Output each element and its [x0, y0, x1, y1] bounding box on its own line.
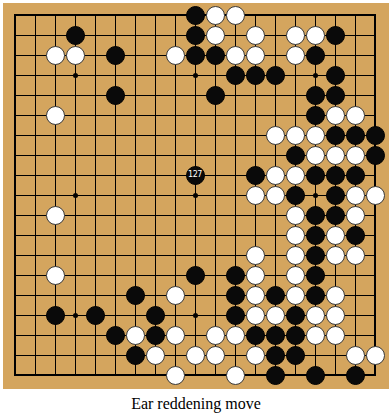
- white-stone: [326, 286, 345, 305]
- black-stone: [286, 306, 305, 325]
- go-board: 127: [3, 3, 389, 389]
- black-stone: [186, 266, 205, 285]
- black-stone: [266, 66, 285, 85]
- black-stone: [306, 286, 325, 305]
- white-stone: [246, 186, 265, 205]
- black-stone: [346, 366, 365, 385]
- black-stone: [186, 46, 205, 65]
- white-stone: [66, 46, 85, 65]
- white-stone: [46, 266, 65, 285]
- white-stone: [166, 366, 185, 385]
- star-point: [193, 193, 198, 198]
- black-stone: [106, 86, 125, 105]
- white-stone: [286, 166, 305, 185]
- white-stone: [46, 106, 65, 125]
- white-stone: [146, 346, 165, 365]
- white-stone: [326, 226, 345, 245]
- white-stone: [306, 26, 325, 45]
- white-stone: [286, 206, 305, 225]
- black-stone: [306, 266, 325, 285]
- black-stone: [266, 326, 285, 345]
- white-stone: [306, 326, 325, 345]
- black-stone: [346, 226, 365, 245]
- black-stone: [246, 166, 265, 185]
- black-stone: [326, 26, 345, 45]
- white-stone: [366, 346, 385, 365]
- go-diagram-page: 127 Ear reddening move: [0, 0, 392, 419]
- white-stone: [246, 26, 265, 45]
- star-point: [73, 313, 78, 318]
- white-stone: [266, 126, 285, 145]
- white-stone: [266, 186, 285, 205]
- black-stone: [366, 126, 385, 145]
- black-stone: [146, 326, 165, 345]
- black-stone: [126, 286, 145, 305]
- black-stone: [326, 126, 345, 145]
- white-stone: [366, 186, 385, 205]
- star-point: [313, 73, 318, 78]
- star-point: [313, 193, 318, 198]
- star-point: [193, 313, 198, 318]
- white-stone: [226, 6, 245, 25]
- white-stone: [346, 246, 365, 265]
- white-stone: [326, 306, 345, 325]
- black-stone: [246, 326, 265, 345]
- black-stone: [326, 206, 345, 225]
- black-stone: [326, 66, 345, 85]
- black-stone: [226, 286, 245, 305]
- white-stone: [346, 346, 365, 365]
- star-point: [193, 73, 198, 78]
- black-stone: [286, 346, 305, 365]
- white-stone: [346, 146, 365, 165]
- black-stone: [326, 186, 345, 205]
- black-stone: [106, 46, 125, 65]
- black-stone: [186, 6, 205, 25]
- move-marker-stone: 127: [186, 166, 205, 185]
- white-stone: [186, 346, 205, 365]
- white-stone: [46, 46, 65, 65]
- black-stone: [346, 166, 365, 185]
- star-point: [73, 193, 78, 198]
- white-stone: [226, 46, 245, 65]
- white-stone: [326, 246, 345, 265]
- black-stone: [326, 166, 345, 185]
- white-stone: [126, 326, 145, 345]
- white-stone: [246, 46, 265, 65]
- black-stone: [66, 26, 85, 45]
- black-stone: [246, 66, 265, 85]
- white-stone: [306, 126, 325, 145]
- white-stone: [206, 6, 225, 25]
- white-stone: [286, 266, 305, 285]
- black-stone: [86, 306, 105, 325]
- white-stone: [46, 206, 65, 225]
- white-stone: [166, 326, 185, 345]
- black-stone: [266, 346, 285, 365]
- black-stone: [106, 326, 125, 345]
- black-stone: [366, 146, 385, 165]
- white-stone: [326, 106, 345, 125]
- black-stone: [266, 286, 285, 305]
- black-stone: [226, 306, 245, 325]
- white-stone: [346, 106, 365, 125]
- black-stone: [326, 86, 345, 105]
- black-stone: [286, 186, 305, 205]
- white-stone: [246, 286, 265, 305]
- black-stone: [306, 246, 325, 265]
- diagram-caption: Ear reddening move: [0, 395, 392, 413]
- grid-line-vertical: [215, 15, 216, 375]
- white-stone: [246, 266, 265, 285]
- white-stone: [166, 286, 185, 305]
- star-point: [73, 73, 78, 78]
- black-stone: [186, 26, 205, 45]
- white-stone: [286, 286, 305, 305]
- black-stone: [226, 66, 245, 85]
- black-stone: [306, 86, 325, 105]
- black-stone: [306, 226, 325, 245]
- white-stone: [266, 306, 285, 325]
- white-stone: [286, 226, 305, 245]
- white-stone: [226, 326, 245, 345]
- black-stone: [306, 166, 325, 185]
- black-stone: [286, 146, 305, 165]
- white-stone: [206, 326, 225, 345]
- white-stone: [286, 126, 305, 145]
- black-stone: [306, 366, 325, 385]
- move-number-label: 127: [188, 171, 202, 179]
- black-stone: [306, 206, 325, 225]
- black-stone: [46, 306, 65, 325]
- black-stone: [286, 326, 305, 345]
- white-stone: [246, 346, 265, 365]
- black-stone: [226, 266, 245, 285]
- white-stone: [226, 366, 245, 385]
- black-stone: [206, 46, 225, 65]
- black-stone: [306, 46, 325, 65]
- white-stone: [286, 26, 305, 45]
- white-stone: [306, 146, 325, 165]
- white-stone: [206, 346, 225, 365]
- white-stone: [326, 326, 345, 345]
- white-stone: [246, 306, 265, 325]
- white-stone: [346, 186, 365, 205]
- white-stone: [206, 26, 225, 45]
- white-stone: [246, 246, 265, 265]
- white-stone: [326, 146, 345, 165]
- white-stone: [346, 206, 365, 225]
- black-stone: [346, 126, 365, 145]
- black-stone: [126, 346, 145, 365]
- white-stone: [266, 166, 285, 185]
- white-stone: [286, 246, 305, 265]
- white-stone: [306, 306, 325, 325]
- white-stone: [286, 46, 305, 65]
- black-stone: [266, 366, 285, 385]
- black-stone: [306, 106, 325, 125]
- black-stone: [206, 86, 225, 105]
- black-stone: [146, 306, 165, 325]
- white-stone: [166, 46, 185, 65]
